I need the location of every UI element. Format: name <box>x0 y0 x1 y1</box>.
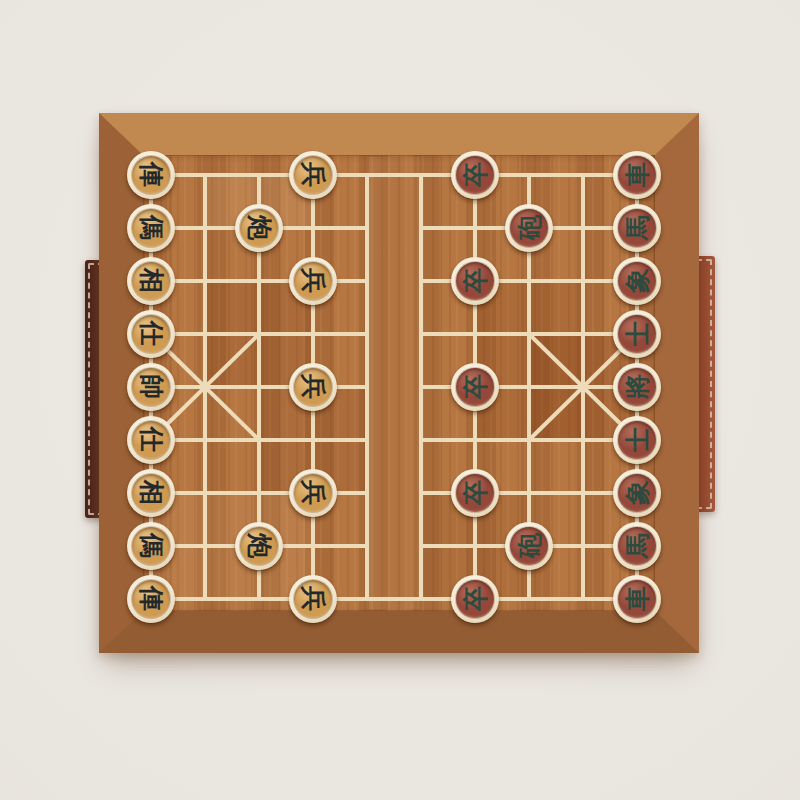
piece-face: 俥 <box>132 580 170 618</box>
piece-face: 炮 <box>240 209 278 247</box>
piece-face: 士 <box>618 315 656 353</box>
piece-character: 卒 <box>463 268 488 293</box>
piece-face: 卒 <box>456 156 494 194</box>
piece-face: 相 <box>132 262 170 300</box>
board-field: 俥傌相仕帥仕相傌俥炮炮兵兵兵兵兵車馬象士將士象馬車砲砲卒卒卒卒卒 <box>143 155 655 611</box>
light-cannon[interactable]: 炮 <box>235 204 283 252</box>
piece-character: 士 <box>625 427 650 452</box>
piece-face: 傌 <box>132 527 170 565</box>
light-general[interactable]: 帥 <box>127 363 175 411</box>
light-chariot[interactable]: 俥 <box>127 151 175 199</box>
light-soldier[interactable]: 兵 <box>289 469 337 517</box>
light-elephant[interactable]: 相 <box>127 469 175 517</box>
piece-face: 砲 <box>510 209 548 247</box>
piece-character: 兵 <box>301 268 326 293</box>
piece-character: 傌 <box>139 533 164 558</box>
dark-chariot[interactable]: 車 <box>613 575 661 623</box>
light-advisor[interactable]: 仕 <box>127 310 175 358</box>
dark-elephant[interactable]: 象 <box>613 469 661 517</box>
piece-face: 炮 <box>240 527 278 565</box>
piece-character: 相 <box>139 480 164 505</box>
piece-character: 砲 <box>517 215 542 240</box>
piece-face: 帥 <box>132 368 170 406</box>
piece-face: 卒 <box>456 368 494 406</box>
piece-face: 將 <box>618 368 656 406</box>
piece-character: 車 <box>625 586 650 611</box>
piece-face: 砲 <box>510 527 548 565</box>
piece-face: 象 <box>618 474 656 512</box>
piece-character: 馬 <box>625 533 650 558</box>
piece-face: 兵 <box>294 368 332 406</box>
piece-face: 馬 <box>618 527 656 565</box>
xiangqi-board: 俥傌相仕帥仕相傌俥炮炮兵兵兵兵兵車馬象士將士象馬車砲砲卒卒卒卒卒 <box>99 113 699 653</box>
piece-face: 兵 <box>294 580 332 618</box>
piece-character: 帥 <box>139 374 164 399</box>
product-photo: 俥傌相仕帥仕相傌俥炮炮兵兵兵兵兵車馬象士將士象馬車砲砲卒卒卒卒卒 <box>0 0 800 800</box>
piece-face: 卒 <box>456 580 494 618</box>
dark-horse[interactable]: 馬 <box>613 522 661 570</box>
piece-face: 仕 <box>132 421 170 459</box>
dark-chariot[interactable]: 車 <box>613 151 661 199</box>
dark-soldier[interactable]: 卒 <box>451 575 499 623</box>
light-elephant[interactable]: 相 <box>127 257 175 305</box>
piece-character: 兵 <box>301 480 326 505</box>
dark-elephant[interactable]: 象 <box>613 257 661 305</box>
piece-face: 象 <box>618 262 656 300</box>
piece-face: 卒 <box>456 474 494 512</box>
piece-character: 卒 <box>463 586 488 611</box>
dark-soldier[interactable]: 卒 <box>451 257 499 305</box>
dark-horse[interactable]: 馬 <box>613 204 661 252</box>
dark-soldier[interactable]: 卒 <box>451 151 499 199</box>
light-horse[interactable]: 傌 <box>127 522 175 570</box>
piece-character: 仕 <box>139 427 164 452</box>
piece-character: 卒 <box>463 162 488 187</box>
piece-face: 卒 <box>456 262 494 300</box>
piece-character: 卒 <box>463 374 488 399</box>
piece-face: 車 <box>618 156 656 194</box>
piece-character: 炮 <box>247 533 272 558</box>
piece-face: 俥 <box>132 156 170 194</box>
light-cannon[interactable]: 炮 <box>235 522 283 570</box>
dark-cannon[interactable]: 砲 <box>505 204 553 252</box>
light-horse[interactable]: 傌 <box>127 204 175 252</box>
piece-character: 象 <box>625 268 650 293</box>
light-soldier[interactable]: 兵 <box>289 151 337 199</box>
piece-character: 士 <box>625 321 650 346</box>
piece-character: 俥 <box>139 586 164 611</box>
piece-character: 車 <box>625 162 650 187</box>
piece-face: 士 <box>618 421 656 459</box>
piece-face: 車 <box>618 580 656 618</box>
piece-character: 砲 <box>517 533 542 558</box>
piece-face: 相 <box>132 474 170 512</box>
dark-cannon[interactable]: 砲 <box>505 522 553 570</box>
piece-character: 兵 <box>301 162 326 187</box>
light-chariot[interactable]: 俥 <box>127 575 175 623</box>
piece-character: 馬 <box>625 215 650 240</box>
piece-character: 卒 <box>463 480 488 505</box>
piece-face: 兵 <box>294 262 332 300</box>
piece-face: 兵 <box>294 474 332 512</box>
dark-advisor[interactable]: 士 <box>613 310 661 358</box>
piece-character: 俥 <box>139 162 164 187</box>
pieces-grid: 俥傌相仕帥仕相傌俥炮炮兵兵兵兵兵車馬象士將士象馬車砲砲卒卒卒卒卒 <box>124 148 664 625</box>
piece-face: 兵 <box>294 156 332 194</box>
piece-character: 傌 <box>139 215 164 240</box>
dark-general[interactable]: 將 <box>613 363 661 411</box>
light-advisor[interactable]: 仕 <box>127 416 175 464</box>
piece-face: 傌 <box>132 209 170 247</box>
piece-face: 馬 <box>618 209 656 247</box>
dark-soldier[interactable]: 卒 <box>451 469 499 517</box>
piece-character: 相 <box>139 268 164 293</box>
piece-character: 仕 <box>139 321 164 346</box>
light-soldier[interactable]: 兵 <box>289 257 337 305</box>
light-soldier[interactable]: 兵 <box>289 575 337 623</box>
piece-character: 炮 <box>247 215 272 240</box>
dark-soldier[interactable]: 卒 <box>451 363 499 411</box>
piece-face: 仕 <box>132 315 170 353</box>
piece-character: 象 <box>625 480 650 505</box>
dark-advisor[interactable]: 士 <box>613 416 661 464</box>
piece-character: 兵 <box>301 374 326 399</box>
piece-character: 兵 <box>301 586 326 611</box>
light-soldier[interactable]: 兵 <box>289 363 337 411</box>
piece-character: 將 <box>625 374 650 399</box>
